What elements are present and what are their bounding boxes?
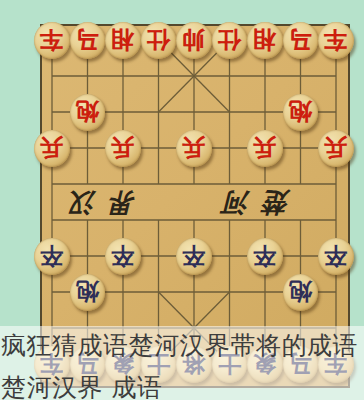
- piece-glyph: 相: [111, 29, 134, 52]
- board-intersection[interactable]: [212, 130, 248, 166]
- board-intersection[interactable]: 卒: [105, 238, 141, 274]
- board-intersection[interactable]: [283, 238, 319, 274]
- board-intersection[interactable]: [247, 202, 283, 238]
- board-intersection[interactable]: 兵: [176, 130, 212, 166]
- piece-glyph: 相: [253, 29, 276, 52]
- piece-red-chariot[interactable]: 车: [318, 22, 354, 59]
- piece-red-chariot[interactable]: 车: [34, 22, 70, 59]
- board-intersection[interactable]: [283, 130, 319, 166]
- piece-red-soldier[interactable]: 兵: [34, 130, 70, 167]
- board-intersection[interactable]: [212, 202, 248, 238]
- piece-red-advisor[interactable]: 仕: [212, 22, 248, 59]
- board-intersection[interactable]: [70, 58, 106, 94]
- piece-red-soldier[interactable]: 兵: [176, 130, 212, 167]
- board-intersection[interactable]: [176, 202, 212, 238]
- piece-black-cannon[interactable]: 炮: [70, 274, 106, 311]
- board-intersection[interactable]: 兵: [318, 130, 354, 166]
- piece-black-cannon[interactable]: 炮: [283, 274, 319, 311]
- board-intersection[interactable]: [141, 274, 177, 310]
- board-intersection[interactable]: [34, 202, 70, 238]
- board-intersection[interactable]: 帅: [176, 22, 212, 58]
- board-intersection[interactable]: [176, 58, 212, 94]
- board-intersection[interactable]: 马: [70, 22, 106, 58]
- board-intersection[interactable]: [176, 166, 212, 202]
- piece-glyph: 兵: [253, 137, 276, 160]
- board-intersection[interactable]: [247, 274, 283, 310]
- board-intersection[interactable]: [283, 166, 319, 202]
- xiangqi-screen: 汉界 河楚 车马相仕帅仕相马车炮炮兵兵兵兵兵卒卒卒卒卒炮炮车马象士将士象马车 疯…: [0, 0, 364, 400]
- board-intersection[interactable]: 仕: [141, 22, 177, 58]
- piece-black-soldier[interactable]: 卒: [105, 238, 141, 275]
- board-intersection[interactable]: [247, 166, 283, 202]
- piece-glyph: 卒: [182, 245, 205, 268]
- board-intersection[interactable]: [283, 202, 319, 238]
- board-intersection[interactable]: [176, 274, 212, 310]
- piece-glyph: 兵: [40, 137, 63, 160]
- board-intersection[interactable]: [105, 202, 141, 238]
- caption-line-1: 疯狂猜成语楚河汉界带将的成语: [1, 329, 358, 362]
- piece-black-soldier[interactable]: 卒: [34, 238, 70, 275]
- piece-glyph: 车: [324, 29, 347, 52]
- board-intersection[interactable]: [318, 202, 354, 238]
- piece-glyph: 兵: [324, 137, 347, 160]
- board-intersection[interactable]: 炮: [283, 94, 319, 130]
- board-intersection[interactable]: [212, 58, 248, 94]
- board-intersection[interactable]: 马: [283, 22, 319, 58]
- piece-black-soldier[interactable]: 卒: [176, 238, 212, 275]
- board-intersection[interactable]: [176, 94, 212, 130]
- piece-red-horse[interactable]: 马: [283, 22, 319, 59]
- board-intersection[interactable]: 车: [318, 22, 354, 58]
- piece-red-cannon[interactable]: 炮: [283, 94, 319, 131]
- board-intersection[interactable]: [105, 94, 141, 130]
- board-intersection[interactable]: [212, 166, 248, 202]
- piece-glyph: 车: [40, 29, 63, 52]
- board-intersection[interactable]: [247, 58, 283, 94]
- piece-glyph: 炮: [76, 281, 99, 304]
- board-intersection[interactable]: [318, 94, 354, 130]
- board-intersection[interactable]: [141, 130, 177, 166]
- board-intersection[interactable]: [34, 94, 70, 130]
- piece-glyph: 卒: [40, 245, 63, 268]
- board-intersection[interactable]: [318, 58, 354, 94]
- board-intersection[interactable]: 仕: [212, 22, 248, 58]
- piece-glyph: 炮: [289, 281, 312, 304]
- board-intersection[interactable]: 炮: [70, 274, 106, 310]
- piece-glyph: 卒: [253, 245, 276, 268]
- board-intersection[interactable]: 相: [247, 22, 283, 58]
- board-intersection[interactable]: [105, 274, 141, 310]
- board-intersection[interactable]: [141, 94, 177, 130]
- piece-red-soldier[interactable]: 兵: [247, 130, 283, 167]
- board-intersection[interactable]: [34, 274, 70, 310]
- board-intersection[interactable]: 相: [105, 22, 141, 58]
- piece-glyph: 仕: [218, 29, 241, 52]
- board-intersection[interactable]: 卒: [247, 238, 283, 274]
- piece-glyph: 卒: [111, 245, 134, 268]
- piece-red-cannon[interactable]: 炮: [70, 94, 106, 131]
- board-intersection[interactable]: [105, 58, 141, 94]
- board-intersection[interactable]: 卒: [34, 238, 70, 274]
- piece-red-general[interactable]: 帅: [176, 22, 212, 59]
- board-intersection[interactable]: [247, 94, 283, 130]
- piece-glyph: 仕: [147, 29, 170, 52]
- board-intersection[interactable]: [105, 166, 141, 202]
- piece-red-soldier[interactable]: 兵: [318, 130, 354, 167]
- board-intersection[interactable]: [141, 202, 177, 238]
- piece-red-elephant[interactable]: 相: [105, 22, 141, 59]
- board-intersection[interactable]: 车: [34, 22, 70, 58]
- piece-black-soldier[interactable]: 卒: [318, 238, 354, 275]
- board-intersection[interactable]: [212, 94, 248, 130]
- piece-glyph: 卒: [324, 245, 347, 268]
- piece-glyph: 炮: [76, 101, 99, 124]
- board-intersection[interactable]: [318, 274, 354, 310]
- board-intersection[interactable]: 炮: [70, 94, 106, 130]
- caption-line-2: 楚河汉界 成语: [1, 371, 162, 400]
- board-intersection[interactable]: 卒: [318, 238, 354, 274]
- piece-red-elephant[interactable]: 相: [247, 22, 283, 59]
- board-intersection[interactable]: [70, 166, 106, 202]
- board-intersection[interactable]: [283, 58, 319, 94]
- board-intersection[interactable]: [70, 202, 106, 238]
- board-intersection[interactable]: [141, 58, 177, 94]
- piece-glyph: 马: [76, 29, 99, 52]
- board-intersection[interactable]: [70, 130, 106, 166]
- board-intersection[interactable]: 炮: [283, 274, 319, 310]
- board-intersection[interactable]: 卒: [176, 238, 212, 274]
- piece-glyph: 马: [289, 29, 312, 52]
- piece-red-advisor[interactable]: 仕: [141, 22, 177, 59]
- board-intersection[interactable]: [34, 166, 70, 202]
- piece-black-soldier[interactable]: 卒: [247, 238, 283, 275]
- board-intersection[interactable]: 兵: [105, 130, 141, 166]
- board-intersection[interactable]: [141, 238, 177, 274]
- piece-red-horse[interactable]: 马: [70, 22, 106, 59]
- piece-glyph: 兵: [182, 137, 205, 160]
- piece-glyph: 炮: [289, 101, 312, 124]
- board-intersection[interactable]: [212, 238, 248, 274]
- board-intersection[interactable]: 兵: [34, 130, 70, 166]
- board-intersection[interactable]: [318, 166, 354, 202]
- board-intersection[interactable]: [141, 166, 177, 202]
- board-intersection[interactable]: [34, 58, 70, 94]
- piece-glyph: 兵: [111, 137, 134, 160]
- board-intersection[interactable]: 兵: [247, 130, 283, 166]
- board-intersection[interactable]: [212, 274, 248, 310]
- piece-glyph: 帅: [182, 29, 205, 52]
- piece-red-soldier[interactable]: 兵: [105, 130, 141, 167]
- board-intersection[interactable]: [70, 238, 106, 274]
